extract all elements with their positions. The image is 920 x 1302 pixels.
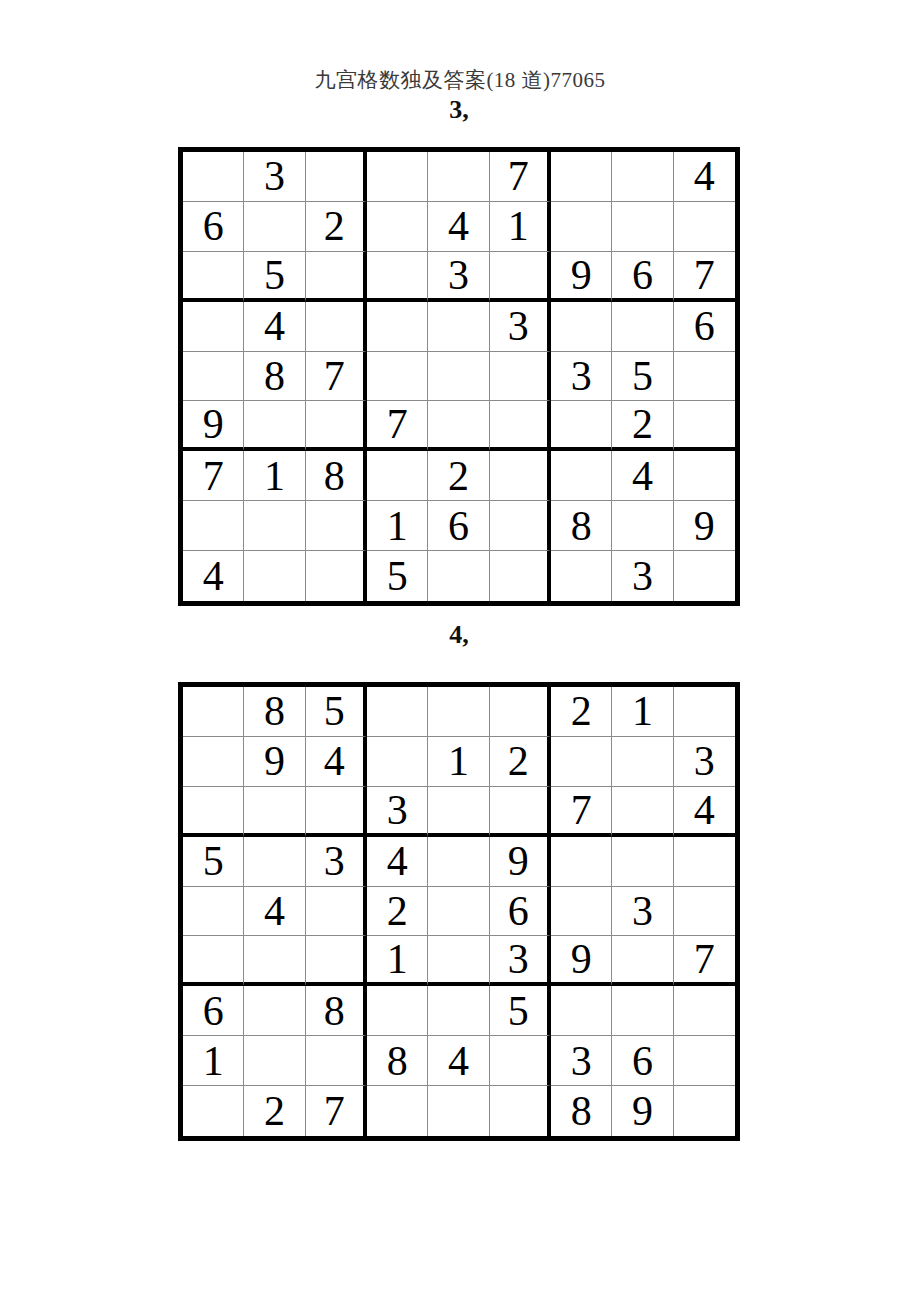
sudoku-cell-r1c2: 8: [244, 687, 305, 737]
sudoku-cell-r2c1: 6: [183, 202, 244, 252]
sudoku-cell-r3c3: [306, 252, 367, 302]
sudoku-cell-r1c4: [367, 687, 428, 737]
sudoku-cell-r2c7: [551, 737, 612, 787]
sudoku-cell-r8c5: 4: [428, 1036, 489, 1086]
sudoku-cell-r9c5: [428, 1086, 489, 1136]
sudoku-cell-r5c6: [490, 352, 551, 402]
sudoku-cell-r9c4: [367, 1086, 428, 1136]
sudoku-cell-r5c2: 8: [244, 352, 305, 402]
sudoku-cell-r5c5: [428, 887, 489, 937]
sudoku-cell-r1c7: 2: [551, 687, 612, 737]
sudoku-cell-r3c9: 7: [674, 252, 735, 302]
sudoku-cell-r1c7: [551, 152, 612, 202]
sudoku-cell-r4c4: [367, 302, 428, 352]
sudoku-cell-r6c3: [306, 936, 367, 986]
sudoku-cell-r2c5: 1: [428, 737, 489, 787]
sudoku-cell-r9c4: 5: [367, 551, 428, 601]
sudoku-cell-r4c7: [551, 837, 612, 887]
sudoku-cell-r5c3: 7: [306, 352, 367, 402]
sudoku-cell-r7c1: 7: [183, 451, 244, 501]
sudoku-cell-r1c9: [674, 687, 735, 737]
sudoku-cell-r5c6: 6: [490, 887, 551, 937]
puzzle-3-label: 3,: [178, 95, 740, 125]
sudoku-cell-r7c3: 8: [306, 451, 367, 501]
sudoku-cell-r6c7: 9: [551, 936, 612, 986]
sudoku-cell-r5c8: 3: [612, 887, 673, 937]
sudoku-cell-r7c8: [612, 986, 673, 1036]
sudoku-cell-r2c1: [183, 737, 244, 787]
sudoku-cell-r4c5: [428, 302, 489, 352]
sudoku-cell-r6c7: [551, 401, 612, 451]
sudoku-cell-r1c3: [306, 152, 367, 202]
sudoku-cell-r7c7: [551, 451, 612, 501]
sudoku-cell-r6c5: [428, 936, 489, 986]
sudoku-cell-r7c1: 6: [183, 986, 244, 1036]
sudoku-cell-r3c7: 9: [551, 252, 612, 302]
sudoku-cell-r1c9: 4: [674, 152, 735, 202]
sudoku-cell-r4c9: [674, 837, 735, 887]
sudoku-cell-r1c8: [612, 152, 673, 202]
sudoku-cell-r7c5: [428, 986, 489, 1036]
sudoku-cell-r2c3: 2: [306, 202, 367, 252]
sudoku-cell-r5c5: [428, 352, 489, 402]
sudoku-cell-r6c4: 1: [367, 936, 428, 986]
sudoku-cell-r8c7: 3: [551, 1036, 612, 1086]
puzzle-4-label: 4,: [178, 620, 740, 650]
sudoku-cell-r5c9: [674, 352, 735, 402]
sudoku-cell-r7c7: [551, 986, 612, 1036]
sudoku-cell-r9c9: [674, 1086, 735, 1136]
sudoku-cell-r5c9: [674, 887, 735, 937]
sudoku-cell-r5c2: 4: [244, 887, 305, 937]
sudoku-cell-r9c3: 7: [306, 1086, 367, 1136]
sudoku-cell-r1c6: [490, 687, 551, 737]
sudoku-cell-r5c3: [306, 887, 367, 937]
sudoku-board-4: 852194123374534942631397685184362789: [178, 682, 740, 1141]
sudoku-cell-r7c5: 2: [428, 451, 489, 501]
sudoku-cell-r8c1: 1: [183, 1036, 244, 1086]
sudoku-cell-r1c2: 3: [244, 152, 305, 202]
sudoku-cell-r9c9: [674, 551, 735, 601]
sudoku-cell-r6c3: [306, 401, 367, 451]
sudoku-cell-r3c8: [612, 787, 673, 837]
sudoku-cell-r4c1: 5: [183, 837, 244, 887]
sudoku-cell-r6c1: [183, 936, 244, 986]
sudoku-cell-r9c8: 9: [612, 1086, 673, 1136]
sudoku-cell-r7c6: [490, 451, 551, 501]
sudoku-cell-r4c6: 9: [490, 837, 551, 887]
sudoku-cell-r9c5: [428, 551, 489, 601]
sudoku-cell-r8c1: [183, 501, 244, 551]
sudoku-cell-r9c1: 4: [183, 551, 244, 601]
sudoku-cell-r4c1: [183, 302, 244, 352]
sudoku-cell-r1c1: [183, 152, 244, 202]
sudoku-cell-r3c7: 7: [551, 787, 612, 837]
sudoku-cell-r3c4: 3: [367, 787, 428, 837]
sudoku-cell-r8c4: 8: [367, 1036, 428, 1086]
sudoku-cell-r4c9: 6: [674, 302, 735, 352]
sudoku-cell-r3c6: [490, 252, 551, 302]
sudoku-cell-r1c8: 1: [612, 687, 673, 737]
sudoku-cell-r2c8: [612, 737, 673, 787]
sudoku-cell-r8c4: 1: [367, 501, 428, 551]
sudoku-cell-r1c4: [367, 152, 428, 202]
sudoku-cell-r9c8: 3: [612, 551, 673, 601]
sudoku-cell-r2c6: 1: [490, 202, 551, 252]
sudoku-cell-r4c5: [428, 837, 489, 887]
sudoku-cell-r9c6: [490, 551, 551, 601]
sudoku-cell-r6c8: 2: [612, 401, 673, 451]
sudoku-cell-r2c4: [367, 737, 428, 787]
sudoku-cell-r7c3: 8: [306, 986, 367, 1036]
sudoku-cell-r2c4: [367, 202, 428, 252]
sudoku-cell-r6c8: [612, 936, 673, 986]
sudoku-board-3: 3746241539674368735972718241689453: [178, 147, 740, 606]
sudoku-cell-r2c5: 4: [428, 202, 489, 252]
sudoku-cell-r8c3: [306, 1036, 367, 1086]
sudoku-cell-r4c7: [551, 302, 612, 352]
sudoku-cell-r5c7: [551, 887, 612, 937]
sudoku-cell-r1c6: 7: [490, 152, 551, 202]
sudoku-cell-r5c4: 2: [367, 887, 428, 937]
sudoku-cell-r5c1: [183, 887, 244, 937]
sudoku-cell-r8c8: 6: [612, 1036, 673, 1086]
sudoku-cell-r3c8: 6: [612, 252, 673, 302]
sudoku-cell-r2c9: 3: [674, 737, 735, 787]
sudoku-cell-r2c2: [244, 202, 305, 252]
document-page: 九宫格数独及答案(18 道)77065 3, 37462415396743687…: [0, 0, 920, 1302]
sudoku-cell-r3c5: [428, 787, 489, 837]
sudoku-cell-r7c9: [674, 986, 735, 1036]
sudoku-cell-r5c1: [183, 352, 244, 402]
sudoku-cell-r1c1: [183, 687, 244, 737]
sudoku-cell-r6c6: 3: [490, 936, 551, 986]
sudoku-cell-r8c2: [244, 501, 305, 551]
sudoku-cell-r7c6: 5: [490, 986, 551, 1036]
sudoku-cell-r6c1: 9: [183, 401, 244, 451]
sudoku-cell-r6c2: [244, 936, 305, 986]
sudoku-cell-r2c9: [674, 202, 735, 252]
sudoku-cell-r4c6: 3: [490, 302, 551, 352]
sudoku-cell-r3c9: 4: [674, 787, 735, 837]
sudoku-cell-r8c5: 6: [428, 501, 489, 551]
sudoku-cell-r8c6: [490, 1036, 551, 1086]
sudoku-cell-r2c6: 2: [490, 737, 551, 787]
sudoku-cell-r2c8: [612, 202, 673, 252]
sudoku-cell-r3c1: [183, 252, 244, 302]
sudoku-cell-r3c2: 5: [244, 252, 305, 302]
sudoku-cell-r5c4: [367, 352, 428, 402]
sudoku-cell-r9c6: [490, 1086, 551, 1136]
sudoku-cell-r6c4: 7: [367, 401, 428, 451]
sudoku-cell-r3c6: [490, 787, 551, 837]
sudoku-cell-r7c8: 4: [612, 451, 673, 501]
sudoku-cell-r7c2: [244, 986, 305, 1036]
sudoku-cell-r6c5: [428, 401, 489, 451]
sudoku-cell-r4c3: 3: [306, 837, 367, 887]
sudoku-cell-r5c7: 3: [551, 352, 612, 402]
sudoku-cell-r9c7: 8: [551, 1086, 612, 1136]
sudoku-cell-r4c4: 4: [367, 837, 428, 887]
document-title: 九宫格数独及答案(18 道)77065: [0, 66, 920, 94]
sudoku-cell-r3c3: [306, 787, 367, 837]
sudoku-cell-r7c4: [367, 451, 428, 501]
sudoku-cell-r6c9: 7: [674, 936, 735, 986]
sudoku-cell-r8c3: [306, 501, 367, 551]
sudoku-cell-r4c8: [612, 837, 673, 887]
sudoku-cell-r3c1: [183, 787, 244, 837]
sudoku-cell-r1c5: [428, 687, 489, 737]
sudoku-cell-r3c2: [244, 787, 305, 837]
sudoku-cell-r7c2: 1: [244, 451, 305, 501]
sudoku-cell-r6c2: [244, 401, 305, 451]
sudoku-cell-r6c6: [490, 401, 551, 451]
sudoku-cell-r9c2: [244, 551, 305, 601]
sudoku-cell-r8c7: 8: [551, 501, 612, 551]
sudoku-cell-r8c9: [674, 1036, 735, 1086]
sudoku-cell-r6c9: [674, 401, 735, 451]
sudoku-cell-r2c3: 4: [306, 737, 367, 787]
sudoku-cell-r7c4: [367, 986, 428, 1036]
sudoku-cell-r9c7: [551, 551, 612, 601]
sudoku-cell-r4c2: [244, 837, 305, 887]
sudoku-cell-r9c1: [183, 1086, 244, 1136]
sudoku-cell-r4c3: [306, 302, 367, 352]
sudoku-cell-r4c2: 4: [244, 302, 305, 352]
sudoku-cell-r8c2: [244, 1036, 305, 1086]
sudoku-cell-r8c9: 9: [674, 501, 735, 551]
sudoku-cell-r2c7: [551, 202, 612, 252]
sudoku-cell-r9c3: [306, 551, 367, 601]
sudoku-cell-r8c6: [490, 501, 551, 551]
sudoku-cell-r4c8: [612, 302, 673, 352]
sudoku-cell-r8c8: [612, 501, 673, 551]
sudoku-cell-r3c5: 3: [428, 252, 489, 302]
sudoku-cell-r1c3: 5: [306, 687, 367, 737]
sudoku-cell-r2c2: 9: [244, 737, 305, 787]
sudoku-cell-r9c2: 2: [244, 1086, 305, 1136]
sudoku-cell-r1c5: [428, 152, 489, 202]
sudoku-cell-r5c8: 5: [612, 352, 673, 402]
sudoku-cell-r3c4: [367, 252, 428, 302]
sudoku-cell-r7c9: [674, 451, 735, 501]
